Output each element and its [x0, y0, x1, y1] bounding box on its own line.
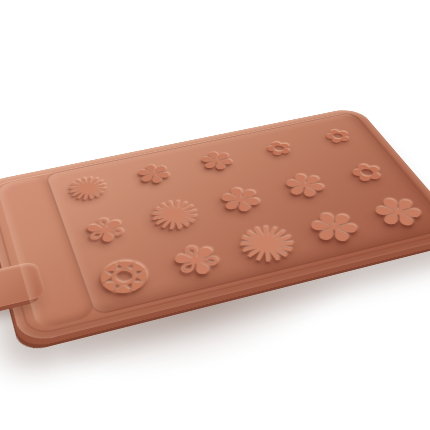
daisy-cavity-bump: ✺ — [62, 170, 114, 207]
mold-cavity: ✺ — [142, 193, 206, 239]
mold-cavity: ❂ — [90, 253, 159, 305]
blossom-cavity-bump: ✿ — [345, 159, 389, 186]
blossom-cavity-bump: ✿ — [320, 126, 355, 147]
mold-cavity: ✽ — [213, 182, 269, 220]
star-cavity-bump: ✽ — [195, 147, 240, 176]
mold-cavity: ✽ — [277, 168, 334, 204]
daisy-cavity-bump: ✺ — [225, 216, 310, 275]
pumpkin-cavity-bump: ✾ — [80, 212, 129, 250]
pumpkin-cavity-bump: ✾ — [164, 237, 230, 285]
mold-cavity: ✽ — [298, 205, 371, 253]
star-cavity-bump: ✽ — [213, 182, 269, 220]
mold-cavity: ✽ — [363, 190, 430, 236]
blossom-cavity-bump: ✿ — [261, 138, 296, 159]
product-photo-scene: ✺ ✽ ✽ ✿ ✿ ✾ ✺ ✽ ✽ ✿ ❂ ✾ ✺ ✽ ✽ — [0, 0, 430, 430]
mold-cavity: ✾ — [164, 237, 230, 285]
daisy-cavity-bump: ✺ — [142, 193, 206, 239]
mold-cavity: ✽ — [195, 147, 240, 176]
mold-cavity: ✿ — [320, 126, 355, 147]
mold-cavity: ✽ — [131, 160, 176, 190]
star-cavity-bump: ✽ — [277, 168, 334, 204]
star-cavity-bump: ✽ — [298, 205, 371, 253]
star-cavity-bump: ✽ — [131, 160, 176, 190]
mold-cavity: ✺ — [62, 170, 114, 207]
rose-ring-cavity-bump: ❂ — [90, 253, 159, 305]
mold-cavity: ✺ — [225, 216, 310, 275]
mold-cavity: ✿ — [345, 159, 389, 186]
mold-cavity: ✾ — [80, 212, 129, 250]
star-cavity-bump: ✽ — [363, 190, 430, 236]
mold-cavity: ✿ — [261, 138, 296, 159]
